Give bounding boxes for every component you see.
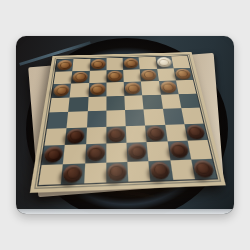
checker-piece-tan[interactable] bbox=[174, 68, 191, 79]
board-square[interactable] bbox=[86, 111, 106, 127]
board-square[interactable] bbox=[71, 70, 89, 83]
checker-piece-dark[interactable] bbox=[43, 146, 64, 163]
checker-piece-dark[interactable] bbox=[192, 159, 215, 177]
board-square[interactable] bbox=[123, 57, 140, 69]
board-square[interactable] bbox=[106, 161, 128, 182]
board-square[interactable] bbox=[106, 82, 124, 96]
blanket-bottom-edge bbox=[16, 209, 234, 214]
board-square[interactable] bbox=[173, 68, 193, 81]
board-square[interactable] bbox=[181, 108, 203, 124]
board-square[interactable] bbox=[47, 112, 68, 129]
checker-piece-tan[interactable] bbox=[53, 84, 70, 96]
checker-piece-dark[interactable] bbox=[63, 164, 84, 183]
board-square[interactable] bbox=[123, 69, 141, 82]
board-square[interactable] bbox=[191, 158, 217, 179]
checker-piece-tan[interactable] bbox=[57, 60, 73, 71]
checker-piece-tan[interactable] bbox=[141, 69, 157, 80]
board-square[interactable] bbox=[106, 143, 127, 162]
board-square[interactable] bbox=[171, 56, 190, 68]
board-square[interactable] bbox=[140, 68, 159, 81]
checkers-board bbox=[30, 52, 226, 193]
checker-piece-dark[interactable] bbox=[107, 163, 127, 182]
checker-piece-tan[interactable] bbox=[90, 59, 105, 70]
board-square[interactable] bbox=[124, 81, 143, 95]
board-square[interactable] bbox=[63, 144, 85, 163]
board-square[interactable] bbox=[54, 71, 73, 84]
board-square[interactable] bbox=[70, 83, 89, 97]
checker-piece-dark[interactable] bbox=[128, 143, 147, 160]
board-square[interactable] bbox=[42, 145, 65, 165]
board-square[interactable] bbox=[89, 70, 107, 83]
board-square[interactable] bbox=[127, 161, 150, 182]
checker-piece-dark[interactable] bbox=[150, 161, 171, 179]
board-square[interactable] bbox=[149, 160, 173, 181]
board-square[interactable] bbox=[106, 58, 123, 70]
checker-piece-dark[interactable] bbox=[147, 125, 166, 141]
checker-piece-tan[interactable] bbox=[107, 70, 122, 81]
board-square[interactable] bbox=[106, 110, 126, 126]
board-square[interactable] bbox=[52, 84, 72, 98]
blanket-print bbox=[16, 36, 234, 214]
checker-piece-tan[interactable] bbox=[72, 71, 88, 83]
board-square[interactable] bbox=[56, 59, 74, 71]
checker-piece-tan[interactable] bbox=[160, 81, 177, 93]
board-square[interactable] bbox=[85, 143, 106, 162]
checker-piece-tan[interactable] bbox=[125, 82, 141, 94]
checker-piece-tan[interactable] bbox=[89, 83, 105, 95]
board-square[interactable] bbox=[73, 59, 91, 71]
board-square[interactable] bbox=[187, 140, 212, 159]
board-square[interactable] bbox=[141, 81, 160, 95]
checker-piece-tan[interactable] bbox=[124, 58, 139, 69]
board-square[interactable] bbox=[87, 96, 106, 111]
board-square[interactable] bbox=[88, 83, 106, 97]
board-square[interactable] bbox=[89, 58, 106, 70]
board-square[interactable] bbox=[127, 142, 149, 161]
board-square[interactable] bbox=[142, 94, 162, 109]
checker-piece-dark[interactable] bbox=[66, 128, 85, 144]
board-square[interactable] bbox=[68, 97, 88, 112]
board-square[interactable] bbox=[106, 126, 126, 144]
board-square[interactable] bbox=[106, 69, 123, 82]
board-square[interactable] bbox=[65, 127, 86, 145]
board-square[interactable] bbox=[67, 111, 88, 127]
checker-piece-dark[interactable] bbox=[185, 124, 206, 139]
checker-piece-light[interactable] bbox=[156, 57, 172, 68]
checker-piece-dark[interactable] bbox=[168, 142, 189, 159]
board-square[interactable] bbox=[176, 80, 196, 94]
board-square[interactable] bbox=[86, 126, 107, 144]
board-square[interactable] bbox=[49, 97, 69, 112]
board-grid bbox=[37, 55, 218, 186]
board-square[interactable] bbox=[39, 164, 64, 185]
board-square[interactable] bbox=[124, 95, 143, 110]
board-square[interactable] bbox=[184, 123, 207, 141]
board-square[interactable] bbox=[145, 124, 167, 142]
board-square[interactable] bbox=[84, 162, 106, 183]
board-square[interactable] bbox=[139, 57, 157, 69]
checker-piece-dark[interactable] bbox=[107, 127, 125, 143]
board-square[interactable] bbox=[125, 109, 145, 125]
board-square[interactable] bbox=[126, 125, 147, 143]
board-square[interactable] bbox=[61, 163, 85, 184]
board-square[interactable] bbox=[106, 95, 125, 110]
board-square[interactable] bbox=[144, 109, 165, 125]
board-square[interactable] bbox=[44, 128, 66, 146]
checker-piece-dark[interactable] bbox=[86, 145, 105, 162]
board-square[interactable] bbox=[147, 141, 170, 160]
board-square[interactable] bbox=[178, 93, 199, 108]
